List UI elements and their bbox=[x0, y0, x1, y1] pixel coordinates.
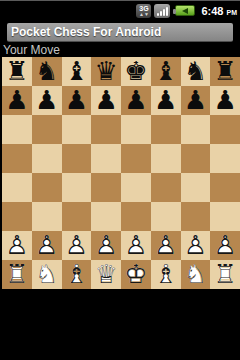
piece-glyph: ♛ bbox=[91, 57, 121, 86]
square-g4[interactable] bbox=[181, 173, 211, 202]
piece-white-knight[interactable]: ♞♘ bbox=[181, 260, 211, 289]
square-a1[interactable]: ♜♖ bbox=[2, 260, 32, 289]
piece-black-king[interactable]: ♚ bbox=[121, 57, 151, 86]
piece-glyph: ♝ bbox=[151, 57, 181, 86]
square-c2[interactable]: ♟♙ bbox=[62, 231, 92, 260]
square-g6[interactable] bbox=[181, 115, 211, 144]
square-c1[interactable]: ♝♗ bbox=[62, 260, 92, 289]
piece-glyph: ♟ bbox=[121, 86, 151, 115]
square-f6[interactable] bbox=[151, 115, 181, 144]
signal-strength-icon bbox=[154, 4, 170, 18]
square-a4[interactable] bbox=[2, 173, 32, 202]
square-e6[interactable] bbox=[121, 115, 151, 144]
status-bar: 3G ▲▼ 6:48 PM bbox=[0, 0, 240, 20]
square-b5[interactable] bbox=[32, 144, 62, 173]
square-d2[interactable]: ♟♙ bbox=[91, 231, 121, 260]
square-e4[interactable] bbox=[121, 173, 151, 202]
square-b7[interactable]: ♟ bbox=[32, 86, 62, 115]
phone-screen: 3G ▲▼ 6:48 PM Pocket Chess For Android Y… bbox=[0, 0, 240, 360]
piece-glyph-outline: ♕ bbox=[91, 260, 121, 289]
piece-black-bishop[interactable]: ♝ bbox=[62, 57, 92, 86]
square-f7[interactable]: ♟ bbox=[151, 86, 181, 115]
piece-glyph: ♜ bbox=[210, 57, 240, 86]
title-bar: Pocket Chess For Android bbox=[0, 20, 240, 44]
piece-glyph-outline: ♙ bbox=[2, 231, 32, 260]
chess-board[interactable]: ♜♞♝♛♚♝♞♜♟♟♟♟♟♟♟♟♟♙♟♙♟♙♟♙♟♙♟♙♟♙♟♙♜♖♞♘♝♗♛♕… bbox=[0, 57, 240, 289]
square-c6[interactable] bbox=[62, 115, 92, 144]
square-e5[interactable] bbox=[121, 144, 151, 173]
square-a3[interactable] bbox=[2, 202, 32, 231]
app-title: Pocket Chess For Android bbox=[7, 25, 161, 39]
piece-glyph-outline: ♙ bbox=[62, 231, 92, 260]
3g-network-icon: 3G ▲▼ bbox=[136, 4, 151, 18]
piece-black-rook[interactable]: ♜ bbox=[2, 57, 32, 86]
square-d4[interactable] bbox=[91, 173, 121, 202]
piece-glyph-outline: ♙ bbox=[91, 231, 121, 260]
square-g7[interactable]: ♟ bbox=[181, 86, 211, 115]
charging-bolt-icon bbox=[182, 8, 188, 14]
piece-glyph-outline: ♗ bbox=[62, 260, 92, 289]
square-d5[interactable] bbox=[91, 144, 121, 173]
piece-black-pawn[interactable]: ♟ bbox=[91, 86, 121, 115]
piece-black-rook[interactable]: ♜ bbox=[210, 57, 240, 86]
piece-black-pawn[interactable]: ♟ bbox=[210, 86, 240, 115]
square-c5[interactable] bbox=[62, 144, 92, 173]
piece-white-rook[interactable]: ♜♖ bbox=[210, 260, 240, 289]
square-c7[interactable]: ♟ bbox=[62, 86, 92, 115]
piece-glyph-outline: ♘ bbox=[181, 260, 211, 289]
square-g1[interactable]: ♞♘ bbox=[181, 260, 211, 289]
piece-black-pawn[interactable]: ♟ bbox=[181, 86, 211, 115]
square-e3[interactable] bbox=[121, 202, 151, 231]
piece-black-pawn[interactable]: ♟ bbox=[151, 86, 181, 115]
square-d6[interactable] bbox=[91, 115, 121, 144]
square-d3[interactable] bbox=[91, 202, 121, 231]
piece-glyph-outline: ♙ bbox=[32, 231, 62, 260]
square-b4[interactable] bbox=[32, 173, 62, 202]
square-b1[interactable]: ♞♘ bbox=[32, 260, 62, 289]
square-b3[interactable] bbox=[32, 202, 62, 231]
square-g5[interactable] bbox=[181, 144, 211, 173]
square-h8[interactable]: ♜ bbox=[210, 57, 240, 86]
piece-glyph-outline: ♗ bbox=[151, 260, 181, 289]
square-f4[interactable] bbox=[151, 173, 181, 202]
square-h6[interactable] bbox=[210, 115, 240, 144]
piece-glyph: ♟ bbox=[210, 86, 240, 115]
square-h2[interactable]: ♟♙ bbox=[210, 231, 240, 260]
square-g8[interactable]: ♞ bbox=[181, 57, 211, 86]
square-d7[interactable]: ♟ bbox=[91, 86, 121, 115]
square-f3[interactable] bbox=[151, 202, 181, 231]
piece-black-pawn[interactable]: ♟ bbox=[62, 86, 92, 115]
piece-white-bishop[interactable]: ♝♗ bbox=[62, 260, 92, 289]
piece-white-queen[interactable]: ♛♕ bbox=[91, 260, 121, 289]
piece-black-pawn[interactable]: ♟ bbox=[121, 86, 151, 115]
square-e7[interactable]: ♟ bbox=[121, 86, 151, 115]
piece-glyph-outline: ♔ bbox=[121, 260, 151, 289]
piece-glyph-outline: ♙ bbox=[181, 231, 211, 260]
clock: 6:48 PM bbox=[201, 5, 237, 17]
square-h1[interactable]: ♜♖ bbox=[210, 260, 240, 289]
square-h7[interactable]: ♟ bbox=[210, 86, 240, 115]
square-h5[interactable] bbox=[210, 144, 240, 173]
battery-charging-icon bbox=[175, 5, 195, 16]
square-h4[interactable] bbox=[210, 173, 240, 202]
piece-glyph: ♟ bbox=[62, 86, 92, 115]
piece-white-knight[interactable]: ♞♘ bbox=[32, 260, 62, 289]
square-d1[interactable]: ♛♕ bbox=[91, 260, 121, 289]
piece-glyph-outline: ♖ bbox=[2, 260, 32, 289]
piece-white-pawn[interactable]: ♟♙ bbox=[62, 231, 92, 260]
square-h3[interactable] bbox=[210, 202, 240, 231]
piece-white-pawn[interactable]: ♟♙ bbox=[2, 231, 32, 260]
piece-glyph-outline: ♘ bbox=[32, 260, 62, 289]
piece-black-pawn[interactable]: ♟ bbox=[32, 86, 62, 115]
square-e1[interactable]: ♚♔ bbox=[121, 260, 151, 289]
square-f1[interactable]: ♝♗ bbox=[151, 260, 181, 289]
piece-glyph: ♝ bbox=[62, 57, 92, 86]
piece-white-pawn[interactable]: ♟♙ bbox=[32, 231, 62, 260]
title-bar-inner: Pocket Chess For Android bbox=[7, 23, 233, 42]
clock-period: PM bbox=[227, 9, 238, 16]
clock-time: 6:48 bbox=[201, 5, 223, 17]
square-a8[interactable]: ♜ bbox=[2, 57, 32, 86]
piece-glyph: ♟ bbox=[2, 86, 32, 115]
piece-black-pawn[interactable]: ♟ bbox=[2, 86, 32, 115]
piece-white-pawn[interactable]: ♟♙ bbox=[91, 231, 121, 260]
piece-glyph-outline: ♖ bbox=[210, 260, 240, 289]
piece-black-queen[interactable]: ♛ bbox=[91, 57, 121, 86]
square-a6[interactable] bbox=[2, 115, 32, 144]
piece-glyph-outline: ♙ bbox=[210, 231, 240, 260]
piece-glyph: ♚ bbox=[121, 57, 151, 86]
square-b6[interactable] bbox=[32, 115, 62, 144]
piece-white-pawn[interactable]: ♟♙ bbox=[210, 231, 240, 260]
piece-glyph: ♟ bbox=[32, 86, 62, 115]
square-b2[interactable]: ♟♙ bbox=[32, 231, 62, 260]
piece-glyph-outline: ♙ bbox=[151, 231, 181, 260]
piece-glyph: ♞ bbox=[181, 57, 211, 86]
square-f2[interactable]: ♟♙ bbox=[151, 231, 181, 260]
square-c3[interactable] bbox=[62, 202, 92, 231]
square-f5[interactable] bbox=[151, 144, 181, 173]
square-a2[interactable]: ♟♙ bbox=[2, 231, 32, 260]
piece-glyph: ♟ bbox=[181, 86, 211, 115]
square-f8[interactable]: ♝ bbox=[151, 57, 181, 86]
square-d8[interactable]: ♛ bbox=[91, 57, 121, 86]
square-a7[interactable]: ♟ bbox=[2, 86, 32, 115]
piece-white-rook[interactable]: ♜♖ bbox=[2, 260, 32, 289]
square-e2[interactable]: ♟♙ bbox=[121, 231, 151, 260]
square-e8[interactable]: ♚ bbox=[121, 57, 151, 86]
piece-glyph-outline: ♙ bbox=[121, 231, 151, 260]
piece-glyph: ♟ bbox=[91, 86, 121, 115]
square-g3[interactable] bbox=[181, 202, 211, 231]
piece-white-bishop[interactable]: ♝♗ bbox=[151, 260, 181, 289]
square-c8[interactable]: ♝ bbox=[62, 57, 92, 86]
piece-white-pawn[interactable]: ♟♙ bbox=[121, 231, 151, 260]
square-g2[interactable]: ♟♙ bbox=[181, 231, 211, 260]
data-arrows-icon: ▲▼ bbox=[139, 12, 149, 17]
square-b8[interactable]: ♞ bbox=[32, 57, 62, 86]
piece-glyph: ♜ bbox=[2, 57, 32, 86]
piece-black-bishop[interactable]: ♝ bbox=[151, 57, 181, 86]
square-a5[interactable] bbox=[2, 144, 32, 173]
piece-white-pawn[interactable]: ♟♙ bbox=[181, 231, 211, 260]
piece-glyph: ♟ bbox=[151, 86, 181, 115]
piece-black-knight[interactable]: ♞ bbox=[32, 57, 62, 86]
square-c4[interactable] bbox=[62, 173, 92, 202]
piece-white-pawn[interactable]: ♟♙ bbox=[151, 231, 181, 260]
piece-glyph: ♞ bbox=[32, 57, 62, 86]
piece-white-king[interactable]: ♚♔ bbox=[121, 260, 151, 289]
piece-black-knight[interactable]: ♞ bbox=[181, 57, 211, 86]
